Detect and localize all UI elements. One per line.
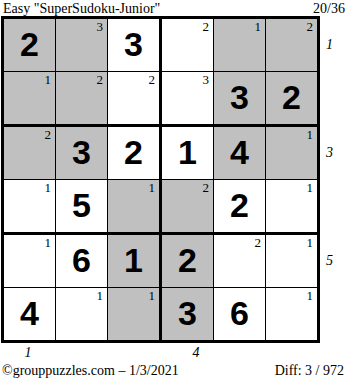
sudoku-board: 2 3 3 2 1 2 1 2 2 3 3 2 2 3 2 1 4 1 1 5 … <box>1 16 320 343</box>
cell-r5c6[interactable]: 1 <box>266 235 317 288</box>
cell-value-r1c3: 3 <box>124 27 143 61</box>
pencil-mark-r1c6: 2 <box>307 20 314 34</box>
cell-value-r2c5: 3 <box>230 80 249 114</box>
copyright-text: ©grouppuzzles.com – 1/3/2021 <box>2 363 179 379</box>
cell-value-r4c5: 2 <box>230 188 249 222</box>
cell-r2c5[interactable]: 3 <box>214 72 266 127</box>
pencil-mark-r6c6: 1 <box>307 289 314 303</box>
pencil-mark-r6c3: 1 <box>149 289 156 303</box>
cell-r4c3[interactable]: 1 <box>108 180 162 235</box>
pencil-mark-r4c1: 1 <box>45 181 52 195</box>
pencil-mark-r5c6: 1 <box>307 236 314 250</box>
cell-value-r3c2: 3 <box>72 135 91 169</box>
cell-value-r3c4: 1 <box>178 135 197 169</box>
cell-r5c1[interactable]: 1 <box>4 235 56 288</box>
cell-r4c4[interactable]: 2 <box>162 180 214 235</box>
pencil-mark-r6c2: 1 <box>97 289 104 303</box>
cell-r5c2[interactable]: 6 <box>56 235 108 288</box>
cell-r6c3[interactable]: 1 <box>108 288 162 340</box>
cell-r3c6[interactable]: 1 <box>266 127 317 180</box>
pencil-mark-r2c3: 2 <box>149 73 156 87</box>
cell-value-r5c2: 6 <box>72 243 91 277</box>
cell-r3c5[interactable]: 4 <box>214 127 266 180</box>
pencil-mark-r4c3: 1 <box>149 181 156 195</box>
cell-r4c2[interactable]: 5 <box>56 180 108 235</box>
cell-value-r4c2: 5 <box>72 188 91 222</box>
cell-r3c4[interactable]: 1 <box>162 127 214 180</box>
cell-value-r6c5: 6 <box>230 296 249 330</box>
cell-r1c5[interactable]: 1 <box>214 19 266 72</box>
cell-r5c5[interactable]: 2 <box>214 235 266 288</box>
cell-r1c4[interactable]: 2 <box>162 19 214 72</box>
cell-r2c2[interactable]: 2 <box>56 72 108 127</box>
cell-value-r1c1: 2 <box>20 27 39 61</box>
cell-r1c1[interactable]: 2 <box>4 19 56 72</box>
pencil-mark-r2c4: 3 <box>203 73 210 87</box>
board-row-3: 2 3 2 1 4 1 <box>4 127 317 180</box>
board-row-1: 2 3 3 2 1 2 <box>4 19 317 72</box>
row-label-3: 3 <box>326 145 342 161</box>
pencil-mark-r3c6: 1 <box>307 128 314 142</box>
cell-r5c3[interactable]: 1 <box>108 235 162 288</box>
board-row-4: 1 5 1 2 2 1 <box>4 180 317 235</box>
cell-value-r3c3: 2 <box>124 135 143 169</box>
pencil-mark-r1c2: 3 <box>97 20 104 34</box>
cell-r1c2[interactable]: 3 <box>56 19 108 72</box>
row-label-1: 1 <box>326 37 342 53</box>
cell-r2c4[interactable]: 3 <box>162 72 214 127</box>
puzzle-title: Easy "SuperSudoku-Junior" <box>3 1 160 17</box>
row-label-5: 5 <box>326 253 342 269</box>
cell-r2c3[interactable]: 2 <box>108 72 162 127</box>
cell-r3c2[interactable]: 3 <box>56 127 108 180</box>
board-row-6: 4 1 1 3 6 1 <box>4 288 317 340</box>
cell-value-r2c6: 2 <box>282 80 301 114</box>
clue-counter: 20/36 <box>313 1 345 17</box>
cell-r4c6[interactable]: 1 <box>266 180 317 235</box>
cell-r6c4[interactable]: 3 <box>162 288 214 340</box>
pencil-mark-r4c6: 1 <box>307 181 314 195</box>
pencil-mark-r1c4: 2 <box>203 20 210 34</box>
pencil-mark-r5c5: 2 <box>255 236 262 250</box>
cell-r4c1[interactable]: 1 <box>4 180 56 235</box>
cell-r1c6[interactable]: 2 <box>266 19 317 72</box>
pencil-mark-r5c1: 1 <box>45 236 52 250</box>
cell-r6c5[interactable]: 6 <box>214 288 266 340</box>
cell-r4c5[interactable]: 2 <box>214 180 266 235</box>
cell-value-r6c4: 3 <box>178 296 197 330</box>
cell-r2c6[interactable]: 2 <box>266 72 317 127</box>
cell-r1c3[interactable]: 3 <box>108 19 162 72</box>
col-label-4: 4 <box>189 345 203 361</box>
cell-value-r3c5: 4 <box>230 135 249 169</box>
cell-value-r5c3: 1 <box>124 243 143 277</box>
cell-r6c6[interactable]: 1 <box>266 288 317 340</box>
cell-r3c1[interactable]: 2 <box>4 127 56 180</box>
cell-value-r6c1: 4 <box>20 296 39 330</box>
cell-r6c2[interactable]: 1 <box>56 288 108 340</box>
pencil-mark-r2c2: 2 <box>97 73 104 87</box>
pencil-mark-r1c5: 1 <box>255 20 262 34</box>
pencil-mark-r2c1: 1 <box>45 73 52 87</box>
cell-r6c1[interactable]: 4 <box>4 288 56 340</box>
cell-r3c3[interactable]: 2 <box>108 127 162 180</box>
cell-r5c4[interactable]: 2 <box>162 235 214 288</box>
puzzle-page: Easy "SuperSudoku-Junior" 20/36 2 3 3 2 … <box>0 0 347 381</box>
col-label-1: 1 <box>21 345 35 361</box>
cell-value-r5c4: 2 <box>178 243 197 277</box>
cell-r2c1[interactable]: 1 <box>4 72 56 127</box>
pencil-mark-r4c4: 2 <box>203 181 210 195</box>
board-row-2: 1 2 2 3 3 2 <box>4 72 317 127</box>
board-row-5: 1 6 1 2 2 1 <box>4 235 317 288</box>
difficulty-text: Diff: 3 / 972 <box>275 363 344 379</box>
pencil-mark-r3c1: 2 <box>45 128 52 142</box>
